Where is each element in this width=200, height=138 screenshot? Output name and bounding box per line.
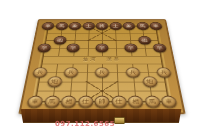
piece-l-p: 兵: [95, 68, 109, 78]
watermark-phone: 097.112.6565: [55, 120, 115, 128]
photo-background: 楚河 漢界 車馬象士將士象馬車砲砲卒卒卒卒卒兵兵兵兵兵炮炮車馬相仕帥仕相馬車 0…: [0, 0, 200, 138]
piece-l-p: 兵: [63, 68, 78, 78]
piece-d-p: 卒: [37, 43, 52, 52]
piece-d-p: 卒: [152, 43, 167, 52]
piece-l-b: 相: [60, 96, 76, 108]
piece-l-a: 仕: [77, 96, 93, 108]
piece-l-r: 車: [160, 96, 177, 108]
piece-layer: 車馬象士將士象馬車砲砲卒卒卒卒卒兵兵兵兵兵炮炮車馬相仕帥仕相馬車: [35, 26, 169, 102]
piece-d-b: 象: [69, 22, 82, 30]
piece-d-c: 砲: [53, 36, 67, 45]
piece-l-n: 馬: [144, 96, 161, 108]
piece-d-r: 車: [149, 22, 163, 30]
piece-l-n: 馬: [43, 96, 60, 108]
piece-l-c: 炮: [142, 76, 158, 87]
piece-d-p: 卒: [66, 43, 80, 52]
piece-d-b: 象: [123, 22, 136, 30]
board-playing-area: 楚河 漢界 車馬象士將士象馬車砲砲卒卒卒卒卒兵兵兵兵兵炮炮車馬相仕帥仕相馬車: [32, 24, 173, 104]
piece-d-n: 馬: [136, 22, 149, 30]
piece-d-r: 車: [41, 22, 55, 30]
piece-l-c: 炮: [46, 76, 62, 87]
piece-l-p: 兵: [126, 68, 141, 78]
piece-l-p: 兵: [32, 68, 48, 78]
piece-l-b: 相: [127, 96, 143, 108]
piece-d-a: 士: [109, 22, 122, 30]
piece-l-k: 帥: [94, 96, 109, 108]
piece-l-p: 兵: [156, 68, 172, 78]
piece-d-c: 砲: [137, 36, 151, 45]
piece-d-a: 士: [82, 22, 95, 30]
piece-l-a: 仕: [111, 96, 127, 108]
piece-d-p: 卒: [124, 43, 138, 52]
piece-d-k: 將: [96, 22, 108, 30]
xiangqi-board: 楚河 漢界 車馬象士將士象馬車砲砲卒卒卒卒卒兵兵兵兵兵炮炮車馬相仕帥仕相馬車: [18, 19, 185, 114]
piece-d-p: 卒: [95, 43, 108, 52]
piece-l-r: 車: [26, 96, 43, 108]
clasp: [114, 117, 125, 124]
piece-d-n: 馬: [55, 22, 68, 30]
